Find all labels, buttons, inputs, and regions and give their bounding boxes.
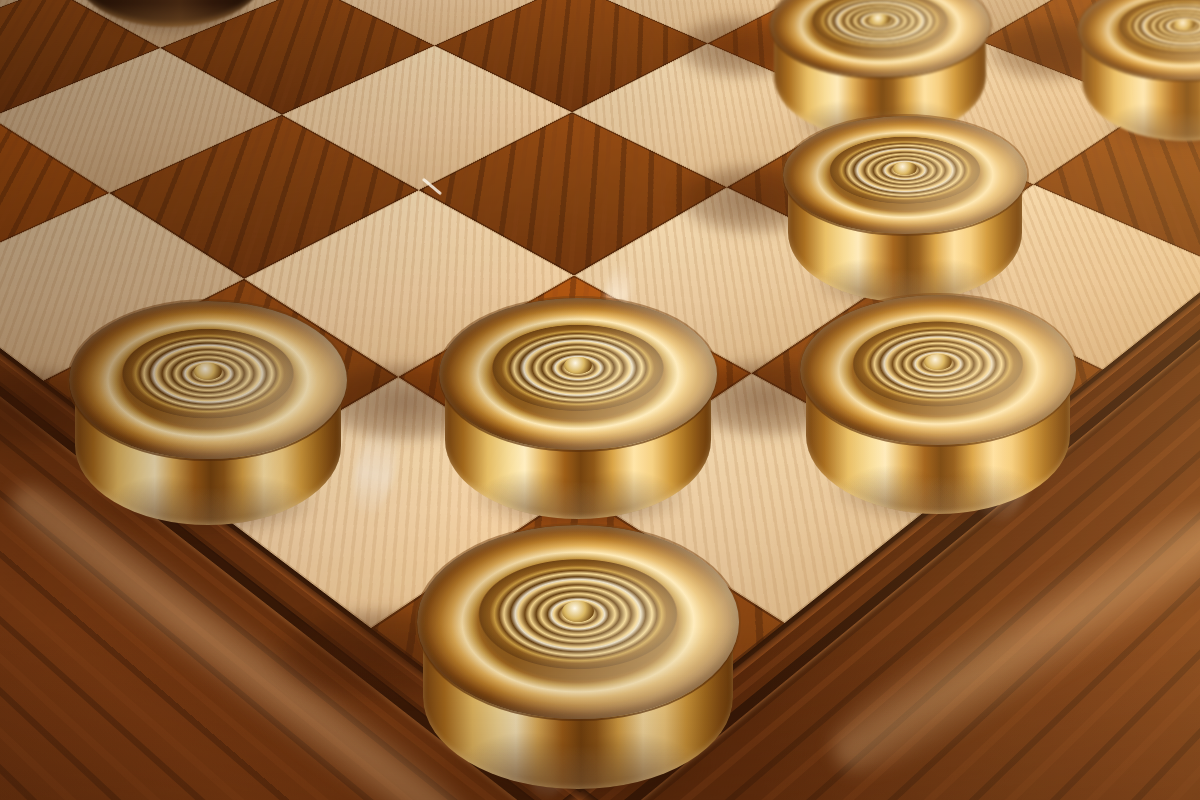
board-plane: [0, 0, 1200, 800]
board-photo-scene: [0, 0, 1200, 800]
